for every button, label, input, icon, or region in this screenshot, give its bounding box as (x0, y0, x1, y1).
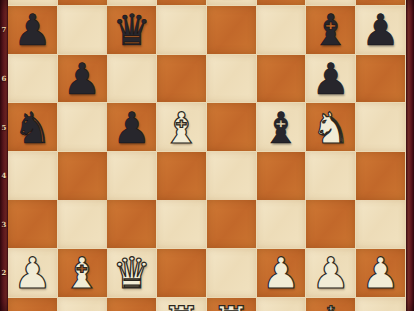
square-c6 (107, 55, 156, 103)
square-c2: ♛ (107, 249, 156, 297)
chess-board-screenshot: 87654321 ♚♜♟♛♝♟♟♟♞♟♝♝♞♟♝♛♟♟♟♜♜♚ (0, 0, 414, 311)
piece-white-rook-d1: ♜ (162, 299, 201, 311)
rank-label-6: 6 (0, 75, 8, 83)
square-a1 (8, 298, 57, 311)
square-d1: ♜ (157, 298, 206, 311)
square-f4 (257, 152, 306, 200)
square-f5: ♝ (257, 103, 306, 151)
square-b2: ♝ (58, 249, 107, 297)
square-e3 (207, 200, 256, 248)
piece-white-knight-g5: ♞ (311, 105, 350, 152)
square-h4 (356, 152, 405, 200)
square-h5 (356, 103, 405, 151)
square-f8 (257, 0, 306, 5)
square-g5: ♞ (306, 103, 355, 151)
square-b5 (58, 103, 107, 151)
square-d2 (157, 249, 206, 297)
piece-white-bishop-b2: ♝ (63, 250, 102, 297)
square-f6 (257, 55, 306, 103)
square-a6 (8, 55, 57, 103)
square-g2: ♟ (306, 249, 355, 297)
square-a7: ♟ (8, 6, 57, 54)
square-e4 (207, 152, 256, 200)
square-d5: ♝ (157, 103, 206, 151)
square-f7 (257, 6, 306, 54)
piece-black-pawn-g6: ♟ (311, 56, 350, 103)
rank-label-5: 5 (0, 124, 8, 132)
square-e1: ♜ (207, 298, 256, 311)
rank-label-3: 3 (0, 221, 8, 229)
square-c3 (107, 200, 156, 248)
piece-white-pawn-f2: ♟ (262, 250, 301, 297)
square-c7: ♛ (107, 6, 156, 54)
square-f3 (257, 200, 306, 248)
square-g1: ♚ (306, 298, 355, 311)
square-e6 (207, 55, 256, 103)
square-h6 (356, 55, 405, 103)
square-h3 (356, 200, 405, 248)
square-d4 (157, 152, 206, 200)
square-c8 (107, 0, 156, 5)
piece-black-king-e8: ♚ (212, 0, 251, 6)
square-b7 (58, 6, 107, 54)
square-a3 (8, 200, 57, 248)
piece-white-bishop-d5: ♝ (162, 105, 201, 152)
square-d8 (157, 0, 206, 5)
square-c5: ♟ (107, 103, 156, 151)
rank-label-4: 4 (0, 172, 8, 180)
piece-black-pawn-h7: ♟ (361, 7, 400, 54)
square-b1 (58, 298, 107, 311)
square-a4 (8, 152, 57, 200)
square-d7 (157, 6, 206, 54)
chess-board: ♚♜♟♛♝♟♟♟♞♟♝♝♞♟♝♛♟♟♟♜♜♚ (8, 0, 405, 311)
square-h1 (356, 298, 405, 311)
square-a5: ♞ (8, 103, 57, 151)
square-e7 (207, 6, 256, 54)
square-a2: ♟ (8, 249, 57, 297)
piece-white-pawn-a2: ♟ (13, 250, 52, 297)
square-a8 (8, 0, 57, 5)
square-g3 (306, 200, 355, 248)
square-g8 (306, 0, 355, 5)
square-g6: ♟ (306, 55, 355, 103)
board-frame-left (0, 0, 8, 311)
square-b4 (58, 152, 107, 200)
piece-black-bishop-f5: ♝ (262, 105, 301, 152)
square-b3 (58, 200, 107, 248)
square-e8: ♚ (207, 0, 256, 5)
square-c4 (107, 152, 156, 200)
square-d3 (157, 200, 206, 248)
piece-white-queen-c2: ♛ (113, 250, 152, 297)
square-h7: ♟ (356, 6, 405, 54)
piece-black-pawn-a7: ♟ (13, 7, 52, 54)
piece-black-pawn-b6: ♟ (63, 56, 102, 103)
rank-label-7: 7 (0, 26, 8, 34)
square-b8 (58, 0, 107, 5)
piece-black-bishop-g7: ♝ (311, 7, 350, 54)
square-g7: ♝ (306, 6, 355, 54)
piece-white-pawn-g2: ♟ (311, 250, 350, 297)
rank-label-2: 2 (0, 269, 8, 277)
piece-white-king-g1: ♚ (311, 299, 350, 311)
board-frame-right (406, 0, 414, 311)
square-g4 (306, 152, 355, 200)
piece-black-knight-a5: ♞ (13, 105, 52, 152)
board-crop-window: ♚♜♟♛♝♟♟♟♞♟♝♝♞♟♝♛♟♟♟♜♜♚ (8, 0, 406, 311)
square-b6: ♟ (58, 55, 107, 103)
piece-black-pawn-c5: ♟ (113, 105, 152, 152)
square-h2: ♟ (356, 249, 405, 297)
square-d6 (157, 55, 206, 103)
piece-white-pawn-h2: ♟ (361, 250, 400, 297)
piece-black-queen-c7: ♛ (113, 7, 152, 54)
square-f2: ♟ (257, 249, 306, 297)
piece-white-rook-e1: ♜ (212, 299, 251, 311)
square-e2 (207, 249, 256, 297)
square-f1 (257, 298, 306, 311)
square-c1 (107, 298, 156, 311)
square-h8: ♜ (356, 0, 405, 5)
square-e5 (207, 103, 256, 151)
